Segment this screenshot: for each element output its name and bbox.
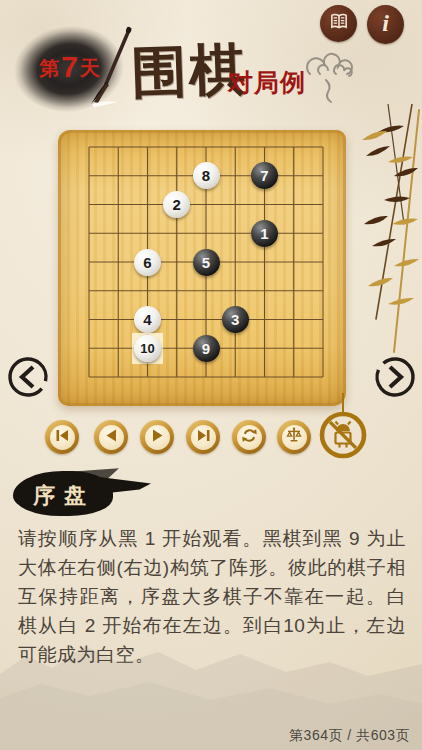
next-page-button[interactable] [372, 354, 418, 404]
white-stone-4: 4 [134, 306, 161, 333]
prev-page-button[interactable] [5, 354, 51, 404]
play-icon [150, 428, 165, 447]
previous-move-button[interactable] [94, 420, 128, 454]
subtitle-badge: 对局例 [228, 66, 306, 99]
first-move-button[interactable] [45, 420, 79, 454]
black-stone-1: 1 [251, 220, 278, 247]
lesson-paragraph: 请按顺序从黑 1 开始观看。黑棋到黑 9 为止大体在右侧(右边)构筑了阵形。彼此… [18, 524, 406, 669]
app-screen: i 第7天 围棋 对局例 [0, 0, 422, 750]
last-move-button[interactable] [186, 420, 220, 454]
scales-icon [286, 427, 302, 447]
page-indicator: 第364页 / 共603页 [289, 727, 410, 745]
skip-to-end-icon [196, 428, 211, 447]
black-stone-3: 3 [222, 306, 249, 333]
section-heading: 序盘 [33, 481, 95, 511]
black-stone-9: 9 [193, 335, 220, 362]
bamboo-decoration-icon [358, 104, 422, 358]
info-icon: i [382, 10, 389, 37]
skip-to-start-icon [55, 428, 70, 447]
pendant-string [342, 393, 344, 413]
go-board: 12345678910 [58, 130, 346, 406]
robot-off-icon [319, 445, 367, 462]
day-number: 7 [60, 50, 80, 83]
black-stone-5: 5 [193, 249, 220, 276]
white-stone-8: 8 [193, 162, 220, 189]
refresh-icon [241, 427, 258, 448]
book-button[interactable] [320, 5, 357, 42]
ai-off-button[interactable] [319, 411, 367, 459]
next-move-button[interactable] [140, 420, 174, 454]
white-stone-6: 6 [134, 249, 161, 276]
book-icon [328, 11, 350, 37]
step-back-icon [104, 428, 119, 447]
white-stone-10: 10 [134, 335, 161, 362]
info-button[interactable]: i [367, 5, 404, 44]
reset-button[interactable] [232, 420, 266, 454]
score-estimate-button[interactable] [277, 420, 311, 454]
